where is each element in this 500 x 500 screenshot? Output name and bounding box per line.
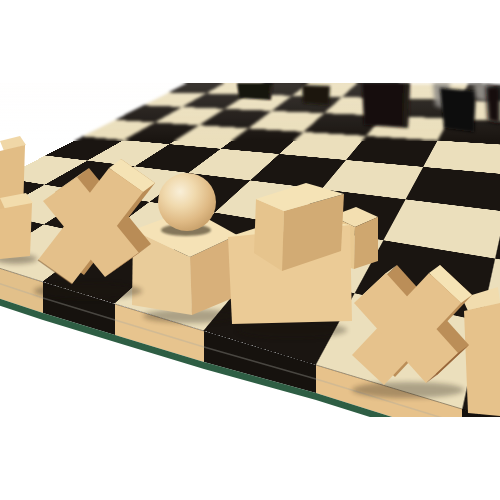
- black-pawn-4: [440, 88, 476, 132]
- white-queen: [132, 173, 240, 323]
- black-pawn-3: [362, 83, 410, 128]
- product-photo-page: [0, 0, 500, 500]
- black-pawn-5: [486, 86, 500, 124]
- pieces-and-board-edge-overlay: [0, 83, 500, 417]
- white-pawn-left: [0, 193, 37, 264]
- queen-ball: [158, 173, 216, 231]
- black-pawn-1: [237, 83, 273, 100]
- chessboard-photo: [0, 83, 500, 417]
- black-pawn-2: [302, 85, 330, 105]
- black-pieces-row: [237, 83, 500, 132]
- white-bishop-kingside: [352, 265, 472, 398]
- white-rook-kingside: [462, 287, 500, 416]
- white-king: [228, 183, 352, 338]
